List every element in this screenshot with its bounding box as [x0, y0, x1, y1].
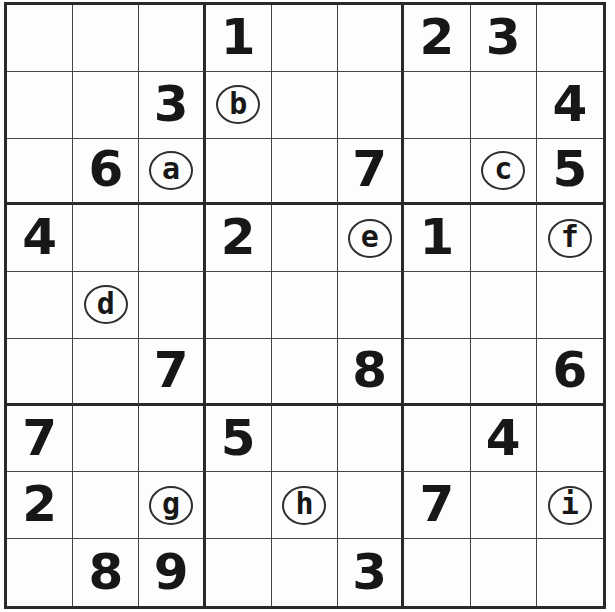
- cell-r9c5[interactable]: [272, 539, 338, 606]
- given-digit: 2: [22, 479, 57, 529]
- given-digit: 9: [154, 547, 189, 597]
- letter-circle-f: f: [548, 219, 592, 258]
- circled-letter-e: e: [361, 222, 379, 252]
- circled-letter-f: f: [561, 222, 579, 252]
- letter-circle-d: d: [84, 285, 128, 324]
- cell-r5c9[interactable]: [537, 272, 603, 339]
- cell-r3c6[interactable]: 7: [338, 139, 404, 206]
- cell-r2c2[interactable]: [73, 72, 139, 139]
- given-digit: 7: [420, 479, 455, 529]
- cell-r8c7[interactable]: 7: [404, 472, 470, 539]
- cell-r3c2[interactable]: 6: [73, 139, 139, 206]
- cell-r6c9[interactable]: 6: [537, 339, 603, 406]
- circled-letter-a: a: [162, 154, 180, 184]
- cell-r3c7[interactable]: [404, 139, 470, 206]
- cell-r9c6[interactable]: 3: [338, 539, 404, 606]
- given-digit: 1: [420, 212, 455, 262]
- cell-r7c1[interactable]: 7: [7, 406, 73, 473]
- cell-r9c4[interactable]: [206, 539, 272, 606]
- cell-r7c5[interactable]: [272, 406, 338, 473]
- cell-r7c9[interactable]: [537, 406, 603, 473]
- cell-r3c9[interactable]: 5: [537, 139, 603, 206]
- cell-r8c6[interactable]: [338, 472, 404, 539]
- letter-circle-e: e: [348, 219, 392, 258]
- cell-r6c4[interactable]: [206, 339, 272, 406]
- cell-r6c6[interactable]: 8: [338, 339, 404, 406]
- cell-r4c3[interactable]: [139, 205, 205, 272]
- given-digit: 4: [22, 212, 57, 262]
- cell-r1c9[interactable]: [537, 5, 603, 72]
- given-digit: 4: [486, 413, 521, 463]
- cell-r9c7[interactable]: [404, 539, 470, 606]
- cell-r8c9[interactable]: i: [537, 472, 603, 539]
- cell-r2c5[interactable]: [272, 72, 338, 139]
- cell-r1c4[interactable]: 1: [206, 5, 272, 72]
- cell-r9c1[interactable]: [7, 539, 73, 606]
- cell-r8c1[interactable]: 2: [7, 472, 73, 539]
- cell-r3c4[interactable]: [206, 139, 272, 206]
- cell-r6c2[interactable]: [73, 339, 139, 406]
- given-digit: 7: [352, 144, 387, 194]
- cell-r1c1[interactable]: [7, 5, 73, 72]
- cell-r2c3[interactable]: 3: [139, 72, 205, 139]
- given-digit: 3: [154, 79, 189, 129]
- letter-circle-a: a: [149, 151, 193, 190]
- cell-r1c5[interactable]: [272, 5, 338, 72]
- given-digit: 6: [552, 345, 587, 395]
- given-digit: 6: [88, 144, 123, 194]
- letter-circle-h: h: [282, 486, 326, 525]
- given-digit: 4: [552, 79, 587, 129]
- cell-r4c7[interactable]: 1: [404, 205, 470, 272]
- cell-r4c6[interactable]: e: [338, 205, 404, 272]
- cell-r1c3[interactable]: [139, 5, 205, 72]
- circled-letter-d: d: [97, 289, 115, 319]
- cell-r6c5[interactable]: [272, 339, 338, 406]
- cell-r4c1[interactable]: 4: [7, 205, 73, 272]
- circled-letter-g: g: [162, 489, 180, 519]
- cell-r5c6[interactable]: [338, 272, 404, 339]
- cell-r8c4[interactable]: [206, 472, 272, 539]
- cell-r7c7[interactable]: [404, 406, 470, 473]
- cell-r9c9[interactable]: [537, 539, 603, 606]
- cell-r2c9[interactable]: 4: [537, 72, 603, 139]
- cell-r7c3[interactable]: [139, 406, 205, 473]
- given-digit: 3: [486, 12, 521, 62]
- cell-r8c5[interactable]: h: [272, 472, 338, 539]
- cell-r1c6[interactable]: [338, 5, 404, 72]
- given-digit: 8: [352, 345, 387, 395]
- circled-letter-b: b: [229, 89, 247, 119]
- given-digit: 8: [88, 547, 123, 597]
- cell-r2c7[interactable]: [404, 72, 470, 139]
- cell-r2c1[interactable]: [7, 72, 73, 139]
- cell-r6c8[interactable]: [471, 339, 537, 406]
- sudoku-board: 1233b46a7c542e1fd7867542gh7i893: [4, 2, 606, 609]
- cell-r4c2[interactable]: [73, 205, 139, 272]
- given-digit: 2: [420, 12, 455, 62]
- cell-r1c8[interactable]: 3: [471, 5, 537, 72]
- letter-circle-i: i: [548, 486, 592, 525]
- given-digit: 5: [221, 413, 256, 463]
- cell-r3c3[interactable]: a: [139, 139, 205, 206]
- cell-r7c4[interactable]: 5: [206, 406, 272, 473]
- cell-r6c3[interactable]: 7: [139, 339, 205, 406]
- circled-letter-h: h: [295, 489, 313, 519]
- cell-r4c5[interactable]: [272, 205, 338, 272]
- cell-r5c1[interactable]: [7, 272, 73, 339]
- cell-r5c2[interactable]: d: [73, 272, 139, 339]
- cell-r6c7[interactable]: [404, 339, 470, 406]
- cell-r5c4[interactable]: [206, 272, 272, 339]
- letter-circle-g: g: [149, 486, 193, 525]
- given-digit: 2: [221, 212, 256, 262]
- given-digit: 5: [552, 144, 587, 194]
- cell-r3c1[interactable]: [7, 139, 73, 206]
- letter-circle-b: b: [216, 85, 260, 124]
- given-digit: 3: [352, 547, 387, 597]
- cell-r6c1[interactable]: [7, 339, 73, 406]
- cell-r5c8[interactable]: [471, 272, 537, 339]
- cell-r5c5[interactable]: [272, 272, 338, 339]
- cell-r4c4[interactable]: 2: [206, 205, 272, 272]
- cell-r3c8[interactable]: c: [471, 139, 537, 206]
- cell-r7c8[interactable]: 4: [471, 406, 537, 473]
- cell-r3c5[interactable]: [272, 139, 338, 206]
- cell-r5c3[interactable]: [139, 272, 205, 339]
- cell-r9c3[interactable]: 9: [139, 539, 205, 606]
- cell-r2c8[interactable]: [471, 72, 537, 139]
- circled-letter-c: c: [494, 154, 512, 184]
- given-digit: 7: [154, 345, 189, 395]
- cell-r1c2[interactable]: [73, 5, 139, 72]
- circled-letter-i: i: [561, 489, 579, 519]
- cell-r1c7[interactable]: 2: [404, 5, 470, 72]
- cell-r7c2[interactable]: [73, 406, 139, 473]
- cell-r7c6[interactable]: [338, 406, 404, 473]
- cell-r2c6[interactable]: [338, 72, 404, 139]
- cell-r8c8[interactable]: [471, 472, 537, 539]
- given-digit: 7: [22, 413, 57, 463]
- letter-circle-c: c: [481, 151, 525, 190]
- cell-r8c2[interactable]: [73, 472, 139, 539]
- cell-r8c3[interactable]: g: [139, 472, 205, 539]
- cell-r9c2[interactable]: 8: [73, 539, 139, 606]
- cell-r4c9[interactable]: f: [537, 205, 603, 272]
- given-digit: 1: [221, 12, 256, 62]
- cell-r5c7[interactable]: [404, 272, 470, 339]
- cell-r9c8[interactable]: [471, 539, 537, 606]
- cell-r4c8[interactable]: [471, 205, 537, 272]
- cell-r2c4[interactable]: b: [206, 72, 272, 139]
